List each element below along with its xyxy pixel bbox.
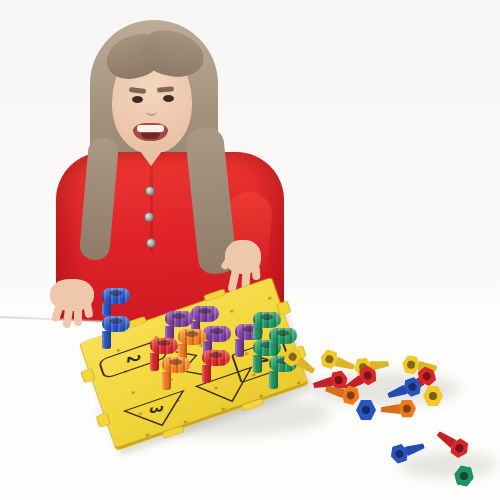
peg-stem [324, 384, 345, 399]
peg-hole [459, 471, 468, 480]
loose-peg-yellow [280, 344, 320, 379]
product-photo: 2 5 3 4 [0, 0, 500, 500]
loose-pegs-layer [0, 0, 500, 500]
loose-peg-orange [380, 399, 417, 418]
loose-peg-yellow [423, 386, 443, 406]
loose-peg-blue [356, 400, 376, 420]
peg-hole [362, 406, 370, 414]
loose-peg-red [432, 425, 472, 460]
peg-hole [429, 392, 437, 400]
loose-peg-blue [388, 437, 428, 465]
peg-stem [386, 385, 407, 401]
peg-stem [381, 404, 400, 415]
loose-peg-green [452, 464, 476, 488]
peg-stem [405, 441, 426, 456]
